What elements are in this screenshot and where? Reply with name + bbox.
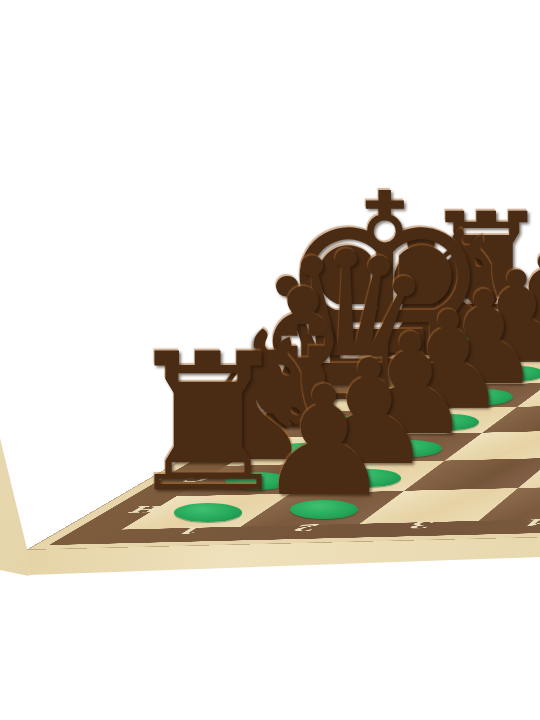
piece-rook-h1: ♜ xyxy=(123,330,293,520)
photo-stage: 12345678 12345678 HGFEDCBA HGFEDCBA ♜♞♝♛… xyxy=(0,0,540,720)
pieces-layer: ♜♞♝♛♚♝♞♜♟♟♟♟♟♟♟♟ xyxy=(0,0,540,720)
